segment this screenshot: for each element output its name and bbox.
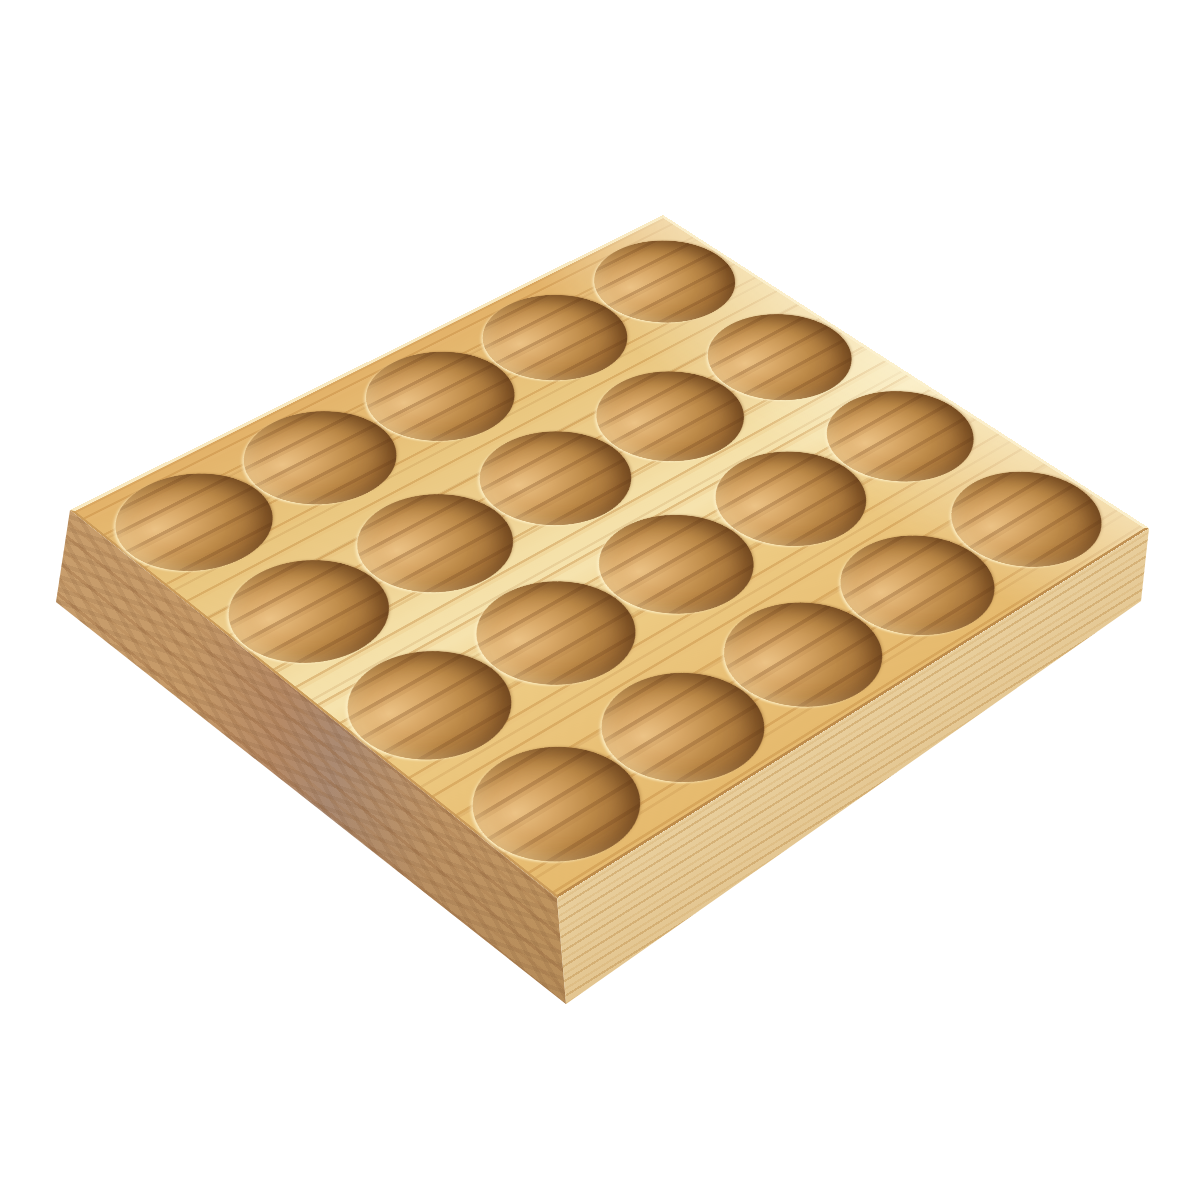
product-photo (0, 0, 1200, 1200)
board-top-face (70, 215, 1149, 898)
